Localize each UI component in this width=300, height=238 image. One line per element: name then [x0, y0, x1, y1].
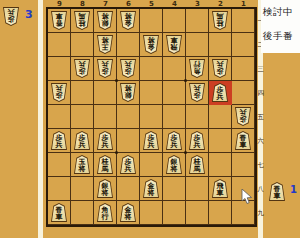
piece-42-gote[interactable]: 飛車: [166, 35, 182, 54]
piece-72-gote[interactable]: 王将: [97, 35, 113, 54]
piece-58-sente[interactable]: 金将: [143, 179, 159, 198]
piece-23-gote[interactable]: 歩兵: [212, 59, 228, 78]
piece-69-sente[interactable]: 金将: [120, 203, 136, 222]
piece-99-sente[interactable]: 香車: [51, 203, 67, 222]
piece-76-sente[interactable]: 歩兵: [97, 131, 113, 150]
piece-34-gote[interactable]: 歩兵: [189, 83, 205, 102]
piece-46-sente[interactable]: 歩兵: [166, 131, 182, 150]
star-point: [184, 79, 187, 82]
piece-47-sente[interactable]: 銀将: [166, 155, 182, 174]
piece-21-gote[interactable]: 桂馬: [212, 11, 228, 30]
piece-16-sente[interactable]: 香車: [235, 131, 251, 150]
piece-94-gote[interactable]: 歩兵: [51, 83, 67, 102]
piece-64-gote[interactable]: 銀将: [120, 83, 136, 102]
shogi-app: 987654321 一二三四五六七八九 検討中 後手番 3 1 香車桂馬銀将金将…: [0, 0, 300, 238]
piece-81-gote[interactable]: 桂馬: [74, 11, 90, 30]
piece-96-sente[interactable]: 歩兵: [51, 131, 67, 150]
piece-33-gote[interactable]: 角行: [189, 59, 205, 78]
piece-63-gote[interactable]: 歩兵: [120, 59, 136, 78]
mouse-cursor: [241, 189, 253, 205]
piece-67-sente[interactable]: 歩兵: [120, 155, 136, 174]
piece-86-sente[interactable]: 歩兵: [74, 131, 90, 150]
star-point: [184, 151, 187, 154]
star-point: [115, 79, 118, 82]
piece-52-gote[interactable]: 金将: [143, 35, 159, 54]
piece-37-sente[interactable]: 桂馬: [189, 155, 205, 174]
status-turn: 後手番: [261, 30, 300, 43]
piece-73-gote[interactable]: 歩兵: [97, 59, 113, 78]
status-panel: 検討中 後手番: [261, 0, 300, 53]
piece-79-sente[interactable]: 角行: [97, 203, 113, 222]
piece-87-sente[interactable]: 玉将: [74, 155, 90, 174]
piece-78-sente[interactable]: 銀将: [97, 179, 113, 198]
star-point: [115, 151, 118, 154]
piece-77-sente[interactable]: 桂馬: [97, 155, 113, 174]
piece-61-gote[interactable]: 金将: [120, 11, 136, 30]
piece-56-sente[interactable]: 歩兵: [143, 131, 159, 150]
status-analyzing: 検討中: [261, 6, 300, 19]
left-divider: [38, 0, 43, 238]
sente-hand-lance-count: 1: [290, 184, 297, 195]
sente-hand-lance[interactable]: 香車: [269, 182, 285, 201]
piece-83-gote[interactable]: 歩兵: [74, 59, 90, 78]
piece-91-gote[interactable]: 香車: [51, 11, 67, 30]
piece-71-gote[interactable]: 銀将: [97, 11, 113, 30]
gote-hand-pawn[interactable]: 歩兵: [3, 7, 19, 26]
piece-36-sente[interactable]: 歩兵: [189, 131, 205, 150]
gote-hand-pawn-count: 3: [25, 8, 33, 21]
piece-24-sente[interactable]: 歩兵: [212, 83, 228, 102]
piece-15-gote[interactable]: 歩兵: [235, 107, 251, 126]
piece-28-sente[interactable]: 飛車: [212, 179, 228, 198]
